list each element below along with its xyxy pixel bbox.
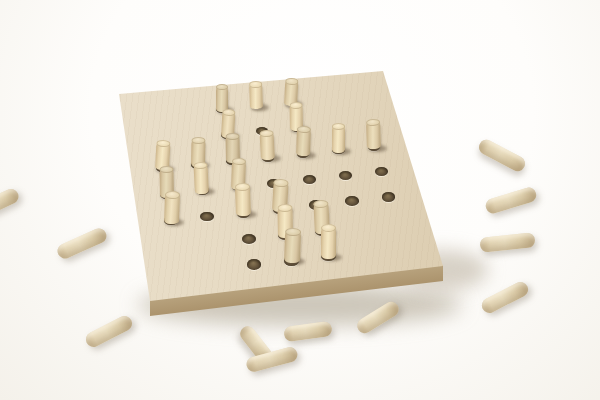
peg-top xyxy=(332,123,346,130)
peg-top xyxy=(313,199,328,208)
captured-peg-1[interactable] xyxy=(0,186,21,220)
captured-peg-8[interactable] xyxy=(476,137,527,174)
peg-top xyxy=(159,166,173,174)
peg-top xyxy=(235,183,250,191)
hole-r3c6[interactable] xyxy=(375,167,388,176)
hole-r6c2[interactable] xyxy=(247,259,262,270)
peg-top xyxy=(290,102,303,109)
peg-top xyxy=(249,80,262,87)
peg-r4c2[interactable] xyxy=(235,184,251,216)
peg-top xyxy=(285,77,298,84)
peg-top xyxy=(165,191,180,199)
peg-r3c1[interactable] xyxy=(194,163,210,194)
peg-top xyxy=(222,108,235,115)
peg-top xyxy=(194,162,208,170)
peg-r2c3[interactable] xyxy=(260,131,275,161)
captured-peg-10[interactable] xyxy=(479,232,535,253)
peg-top xyxy=(260,130,274,138)
peg-top xyxy=(284,228,300,237)
hole-r3c4[interactable] xyxy=(303,175,316,184)
peg-r0c2[interactable] xyxy=(216,85,229,112)
captured-peg-3[interactable] xyxy=(83,313,134,349)
peg-r2c5[interactable] xyxy=(332,124,346,153)
peg-top xyxy=(274,179,289,187)
peg-r2c6[interactable] xyxy=(366,120,381,150)
peg-top xyxy=(321,224,337,232)
captured-peg-9[interactable] xyxy=(484,185,538,215)
peg-top xyxy=(225,133,239,140)
peg-top xyxy=(277,204,292,212)
peg-r6c3[interactable] xyxy=(284,229,301,264)
hole-r5c2[interactable] xyxy=(242,234,256,244)
product-photo-scene xyxy=(0,0,600,400)
peg-top xyxy=(366,119,380,126)
peg-r0c3[interactable] xyxy=(249,81,262,108)
captured-peg-11[interactable] xyxy=(479,279,530,315)
peg-r4c0[interactable] xyxy=(164,192,180,224)
hole-r4c6[interactable] xyxy=(382,192,396,202)
peg-top xyxy=(297,126,311,133)
hole-r3c5[interactable] xyxy=(339,171,352,180)
peg-top xyxy=(157,140,171,148)
peg-r6c4[interactable] xyxy=(321,225,337,259)
peg-top xyxy=(191,137,205,144)
peg-top xyxy=(216,84,229,91)
peg-top xyxy=(232,158,246,166)
captured-peg-2[interactable] xyxy=(55,226,109,261)
hole-r4c5[interactable] xyxy=(345,196,359,206)
peg-r2c4[interactable] xyxy=(296,127,311,157)
